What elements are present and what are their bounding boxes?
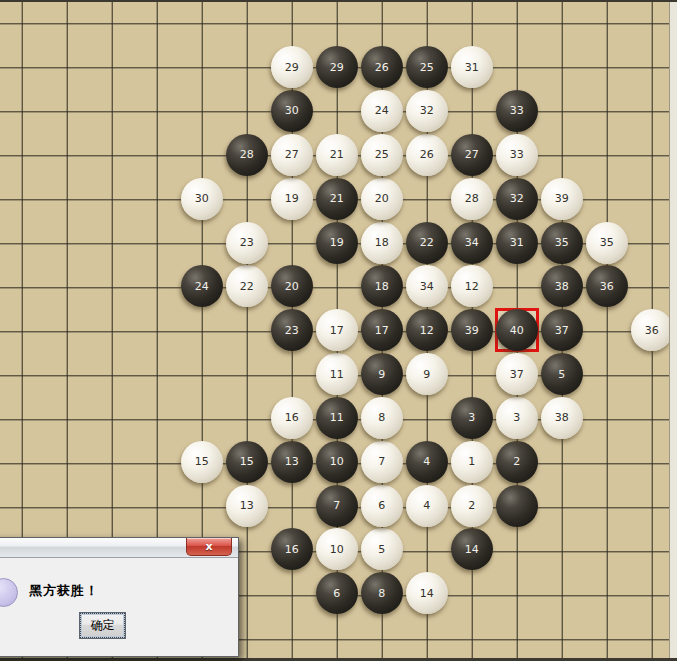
dialog-titlebar[interactable]: x (0, 538, 238, 558)
ok-button-label: 确定 (80, 613, 125, 638)
stone-white-20: 20 (361, 178, 403, 220)
stone-black-19: 19 (316, 222, 358, 264)
stone-white-5: 5 (361, 528, 403, 570)
dialog-close-button[interactable]: x (186, 538, 232, 556)
stone-black-2: 2 (496, 441, 538, 483)
stone-white-2: 2 (451, 485, 493, 527)
stone-black-40: 40 (496, 309, 538, 351)
stone-white-26: 26 (406, 134, 448, 176)
stone-black-39: 39 (451, 309, 493, 351)
stone-white-6: 6 (361, 485, 403, 527)
stone-black-5: 5 (541, 353, 583, 395)
stone-black-4: 4 (406, 441, 448, 483)
stone-white-36: 36 (631, 309, 673, 351)
stone-white-7: 7 (361, 441, 403, 483)
stone-black-12: 12 (406, 309, 448, 351)
stone-white-24: 24 (361, 90, 403, 132)
game-window: 2345678910111213141516171819202122232425… (0, 0, 677, 661)
stone-black-14: 14 (451, 528, 493, 570)
stone-white-19: 19 (271, 178, 313, 220)
stone-white-10: 10 (316, 528, 358, 570)
stone-black-28: 28 (226, 134, 268, 176)
stone-black-33: 33 (496, 90, 538, 132)
stone-black-16: 16 (271, 528, 313, 570)
stone-black-7: 7 (316, 485, 358, 527)
ok-button[interactable]: 确定 (79, 612, 126, 639)
stone-white-38: 38 (541, 397, 583, 439)
stone-black-6: 6 (316, 572, 358, 614)
stone-white-23: 23 (226, 222, 268, 264)
stone-white-35: 35 (586, 222, 628, 264)
stone-white-21: 21 (316, 134, 358, 176)
stone-white-11: 11 (316, 353, 358, 395)
stone-black-8: 8 (361, 572, 403, 614)
stone-white-15: 15 (181, 441, 223, 483)
stone-black-31: 31 (496, 222, 538, 264)
stone-black-23: 23 (271, 309, 313, 351)
stone-black-25: 25 (406, 46, 448, 88)
dialog-message: 黑方获胜！ (29, 582, 99, 600)
stone-black-26: 26 (361, 46, 403, 88)
stone-white-13: 13 (226, 485, 268, 527)
stone-black-unnumbered (496, 485, 538, 527)
stone-white-34: 34 (406, 265, 448, 307)
stone-black-24: 24 (181, 265, 223, 307)
stone-white-1: 1 (451, 441, 493, 483)
stone-white-33: 33 (496, 134, 538, 176)
stone-black-22: 22 (406, 222, 448, 264)
stone-black-17: 17 (361, 309, 403, 351)
stone-black-21: 21 (316, 178, 358, 220)
stone-white-16: 16 (271, 397, 313, 439)
stone-black-27: 27 (451, 134, 493, 176)
stone-white-12: 12 (451, 265, 493, 307)
stone-white-32: 32 (406, 90, 448, 132)
stone-white-30: 30 (181, 178, 223, 220)
stone-black-34: 34 (451, 222, 493, 264)
stone-white-14: 14 (406, 572, 448, 614)
stone-white-27: 27 (271, 134, 313, 176)
stone-white-39: 39 (541, 178, 583, 220)
stone-black-29: 29 (316, 46, 358, 88)
stone-white-31: 31 (451, 46, 493, 88)
stone-black-37: 37 (541, 309, 583, 351)
stone-white-22: 22 (226, 265, 268, 307)
stone-black-32: 32 (496, 178, 538, 220)
stone-white-37: 37 (496, 353, 538, 395)
stone-black-3: 3 (451, 397, 493, 439)
stone-white-3: 3 (496, 397, 538, 439)
stone-white-4: 4 (406, 485, 448, 527)
stone-black-20: 20 (271, 265, 313, 307)
stone-black-15: 15 (226, 441, 268, 483)
stone-black-11: 11 (316, 397, 358, 439)
stone-black-18: 18 (361, 265, 403, 307)
stone-black-38: 38 (541, 265, 583, 307)
stone-white-29: 29 (271, 46, 313, 88)
stone-black-10: 10 (316, 441, 358, 483)
stone-black-9: 9 (361, 353, 403, 395)
stone-black-13: 13 (271, 441, 313, 483)
window-top-edge (0, 0, 677, 2)
stone-white-25: 25 (361, 134, 403, 176)
stone-black-35: 35 (541, 222, 583, 264)
win-dialog: x 黑方获胜！ 确定 (0, 537, 239, 657)
stone-black-36: 36 (586, 265, 628, 307)
info-icon (0, 578, 18, 607)
stone-white-28: 28 (451, 178, 493, 220)
stone-black-30: 30 (271, 90, 313, 132)
stone-white-8: 8 (361, 397, 403, 439)
stone-white-18: 18 (361, 222, 403, 264)
stone-white-17: 17 (316, 309, 358, 351)
stone-white-9: 9 (406, 353, 448, 395)
window-right-edge (669, 0, 677, 661)
